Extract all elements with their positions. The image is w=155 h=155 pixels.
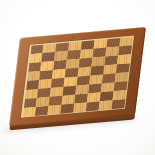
photo-background <box>0 0 155 155</box>
square <box>117 54 131 64</box>
square <box>112 90 126 100</box>
board-stringing-line <box>21 36 134 118</box>
square <box>111 99 125 109</box>
square <box>60 103 74 113</box>
square <box>22 107 36 117</box>
board-border-frame <box>9 27 146 126</box>
chessboard <box>9 27 146 126</box>
square <box>98 100 112 110</box>
chess-grid <box>22 37 132 117</box>
